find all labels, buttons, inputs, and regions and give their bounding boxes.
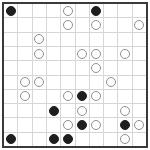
cell-r3c8[interactable] bbox=[104, 33, 117, 46]
cell-r1c9[interactable] bbox=[118, 4, 131, 17]
cell-r4c8[interactable] bbox=[104, 47, 117, 60]
cell-r10c8[interactable] bbox=[104, 133, 117, 146]
white-pearl bbox=[20, 91, 30, 101]
cell-r2c9[interactable] bbox=[118, 18, 131, 31]
cell-r5c6[interactable] bbox=[76, 61, 89, 74]
cell-r9c10[interactable] bbox=[133, 118, 146, 131]
cell-r8c2[interactable] bbox=[18, 104, 31, 117]
white-pearl bbox=[120, 134, 130, 144]
cell-r8c3[interactable] bbox=[33, 104, 46, 117]
cell-r10c5[interactable] bbox=[61, 133, 74, 146]
cell-r5c5[interactable] bbox=[61, 61, 74, 74]
black-pearl bbox=[49, 134, 59, 144]
cell-r10c9[interactable] bbox=[118, 133, 131, 146]
cell-r3c4[interactable] bbox=[47, 33, 60, 46]
cell-r1c7[interactable] bbox=[90, 4, 103, 17]
black-pearl bbox=[77, 120, 87, 130]
white-pearl bbox=[77, 106, 87, 116]
cell-r9c8[interactable] bbox=[104, 118, 117, 131]
cell-r3c6[interactable] bbox=[76, 33, 89, 46]
cell-r4c5[interactable] bbox=[61, 47, 74, 60]
white-pearl bbox=[34, 34, 44, 44]
white-pearl bbox=[63, 120, 73, 130]
cell-r3c1[interactable] bbox=[4, 33, 17, 46]
cell-r1c2[interactable] bbox=[18, 4, 31, 17]
cell-r4c7[interactable] bbox=[90, 47, 103, 60]
cell-r6c7[interactable] bbox=[90, 76, 103, 89]
cell-r10c2[interactable] bbox=[18, 133, 31, 146]
cell-r5c4[interactable] bbox=[47, 61, 60, 74]
cell-r7c6[interactable] bbox=[76, 90, 89, 103]
cell-r1c6[interactable] bbox=[76, 4, 89, 17]
cell-r6c1[interactable] bbox=[4, 76, 17, 89]
cell-r7c7[interactable] bbox=[90, 90, 103, 103]
cell-r1c5[interactable] bbox=[61, 4, 74, 17]
cell-r7c1[interactable] bbox=[4, 90, 17, 103]
cell-r9c6[interactable] bbox=[76, 118, 89, 131]
cell-r6c6[interactable] bbox=[76, 76, 89, 89]
cell-r2c6[interactable] bbox=[76, 18, 89, 31]
cell-r7c3[interactable] bbox=[33, 90, 46, 103]
cell-r2c10[interactable] bbox=[133, 18, 146, 31]
cell-r5c1[interactable] bbox=[4, 61, 17, 74]
cell-r6c2[interactable] bbox=[18, 76, 31, 89]
cell-r9c9[interactable] bbox=[118, 118, 131, 131]
cell-r3c5[interactable] bbox=[61, 33, 74, 46]
cell-r7c4[interactable] bbox=[47, 90, 60, 103]
white-pearl bbox=[77, 49, 87, 59]
cell-r8c7[interactable] bbox=[90, 104, 103, 117]
cell-r6c9[interactable] bbox=[118, 76, 131, 89]
cell-r2c2[interactable] bbox=[18, 18, 31, 31]
cell-r10c10[interactable] bbox=[133, 133, 146, 146]
cell-r2c1[interactable] bbox=[4, 18, 17, 31]
black-pearl bbox=[77, 91, 87, 101]
cell-r10c3[interactable] bbox=[33, 133, 46, 146]
white-pearl bbox=[91, 91, 101, 101]
black-pearl bbox=[63, 134, 73, 144]
cell-r1c10[interactable] bbox=[133, 4, 146, 17]
cell-r9c5[interactable] bbox=[61, 118, 74, 131]
white-pearl bbox=[106, 77, 116, 87]
cell-r1c4[interactable] bbox=[47, 4, 60, 17]
black-pearl bbox=[6, 134, 16, 144]
cell-r10c7[interactable] bbox=[90, 133, 103, 146]
cell-r7c10[interactable] bbox=[133, 90, 146, 103]
white-pearl bbox=[134, 20, 144, 30]
cell-r5c9[interactable] bbox=[118, 61, 131, 74]
cell-r2c3[interactable] bbox=[33, 18, 46, 31]
cell-r5c8[interactable] bbox=[104, 61, 117, 74]
cell-r3c3[interactable] bbox=[33, 33, 46, 46]
masyu-board bbox=[2, 2, 148, 148]
cell-r3c2[interactable] bbox=[18, 33, 31, 46]
white-pearl bbox=[91, 120, 101, 130]
cell-r9c3[interactable] bbox=[33, 118, 46, 131]
cell-r10c1[interactable] bbox=[4, 133, 17, 146]
cell-r6c10[interactable] bbox=[133, 76, 146, 89]
cell-r2c4[interactable] bbox=[47, 18, 60, 31]
white-pearl bbox=[134, 120, 144, 130]
white-pearl bbox=[34, 77, 44, 87]
cell-r6c4[interactable] bbox=[47, 76, 60, 89]
cell-r4c9[interactable] bbox=[118, 47, 131, 60]
cell-r3c7[interactable] bbox=[90, 33, 103, 46]
white-pearl bbox=[91, 63, 101, 73]
cell-r3c10[interactable] bbox=[133, 33, 146, 46]
white-pearl bbox=[63, 6, 73, 16]
black-pearl bbox=[49, 106, 59, 116]
white-pearl bbox=[120, 106, 130, 116]
cell-r10c4[interactable] bbox=[47, 133, 60, 146]
cell-r5c7[interactable] bbox=[90, 61, 103, 74]
cell-r9c7[interactable] bbox=[90, 118, 103, 131]
cell-r9c4[interactable] bbox=[47, 118, 60, 131]
cell-r8c1[interactable] bbox=[4, 104, 17, 117]
cell-r4c3[interactable] bbox=[33, 47, 46, 60]
cell-r8c8[interactable] bbox=[104, 104, 117, 117]
cell-r8c10[interactable] bbox=[133, 104, 146, 117]
cell-r4c10[interactable] bbox=[133, 47, 146, 60]
white-pearl bbox=[91, 49, 101, 59]
black-pearl bbox=[91, 6, 101, 16]
black-pearl bbox=[6, 6, 16, 16]
white-pearl bbox=[120, 49, 130, 59]
white-pearl bbox=[34, 49, 44, 59]
cell-r6c3[interactable] bbox=[33, 76, 46, 89]
cell-r5c2[interactable] bbox=[18, 61, 31, 74]
cell-r4c4[interactable] bbox=[47, 47, 60, 60]
cell-r10c6[interactable] bbox=[76, 133, 89, 146]
cell-r9c1[interactable] bbox=[4, 118, 17, 131]
cell-r6c8[interactable] bbox=[104, 76, 117, 89]
cell-r3c9[interactable] bbox=[118, 33, 131, 46]
white-pearl bbox=[20, 77, 30, 87]
black-pearl bbox=[120, 120, 130, 130]
cell-r1c1[interactable] bbox=[4, 4, 17, 17]
cell-r9c2[interactable] bbox=[18, 118, 31, 131]
cell-r6c5[interactable] bbox=[61, 76, 74, 89]
white-pearl bbox=[91, 20, 101, 30]
cell-r5c3[interactable] bbox=[33, 61, 46, 74]
cell-r4c2[interactable] bbox=[18, 47, 31, 60]
cell-r7c8[interactable] bbox=[104, 90, 117, 103]
cell-r8c4[interactable] bbox=[47, 104, 60, 117]
cell-r1c3[interactable] bbox=[33, 4, 46, 17]
cell-r4c6[interactable] bbox=[76, 47, 89, 60]
cell-r7c2[interactable] bbox=[18, 90, 31, 103]
cell-r2c8[interactable] bbox=[104, 18, 117, 31]
cell-r8c5[interactable] bbox=[61, 104, 74, 117]
white-pearl bbox=[63, 91, 73, 101]
cell-r2c7[interactable] bbox=[90, 18, 103, 31]
cell-r7c9[interactable] bbox=[118, 90, 131, 103]
cell-r4c1[interactable] bbox=[4, 47, 17, 60]
cell-r7c5[interactable] bbox=[61, 90, 74, 103]
cell-r1c8[interactable] bbox=[104, 4, 117, 17]
cell-r8c9[interactable] bbox=[118, 104, 131, 117]
cell-r5c10[interactable] bbox=[133, 61, 146, 74]
cell-r8c6[interactable] bbox=[76, 104, 89, 117]
cell-r2c5[interactable] bbox=[61, 18, 74, 31]
white-pearl bbox=[63, 20, 73, 30]
